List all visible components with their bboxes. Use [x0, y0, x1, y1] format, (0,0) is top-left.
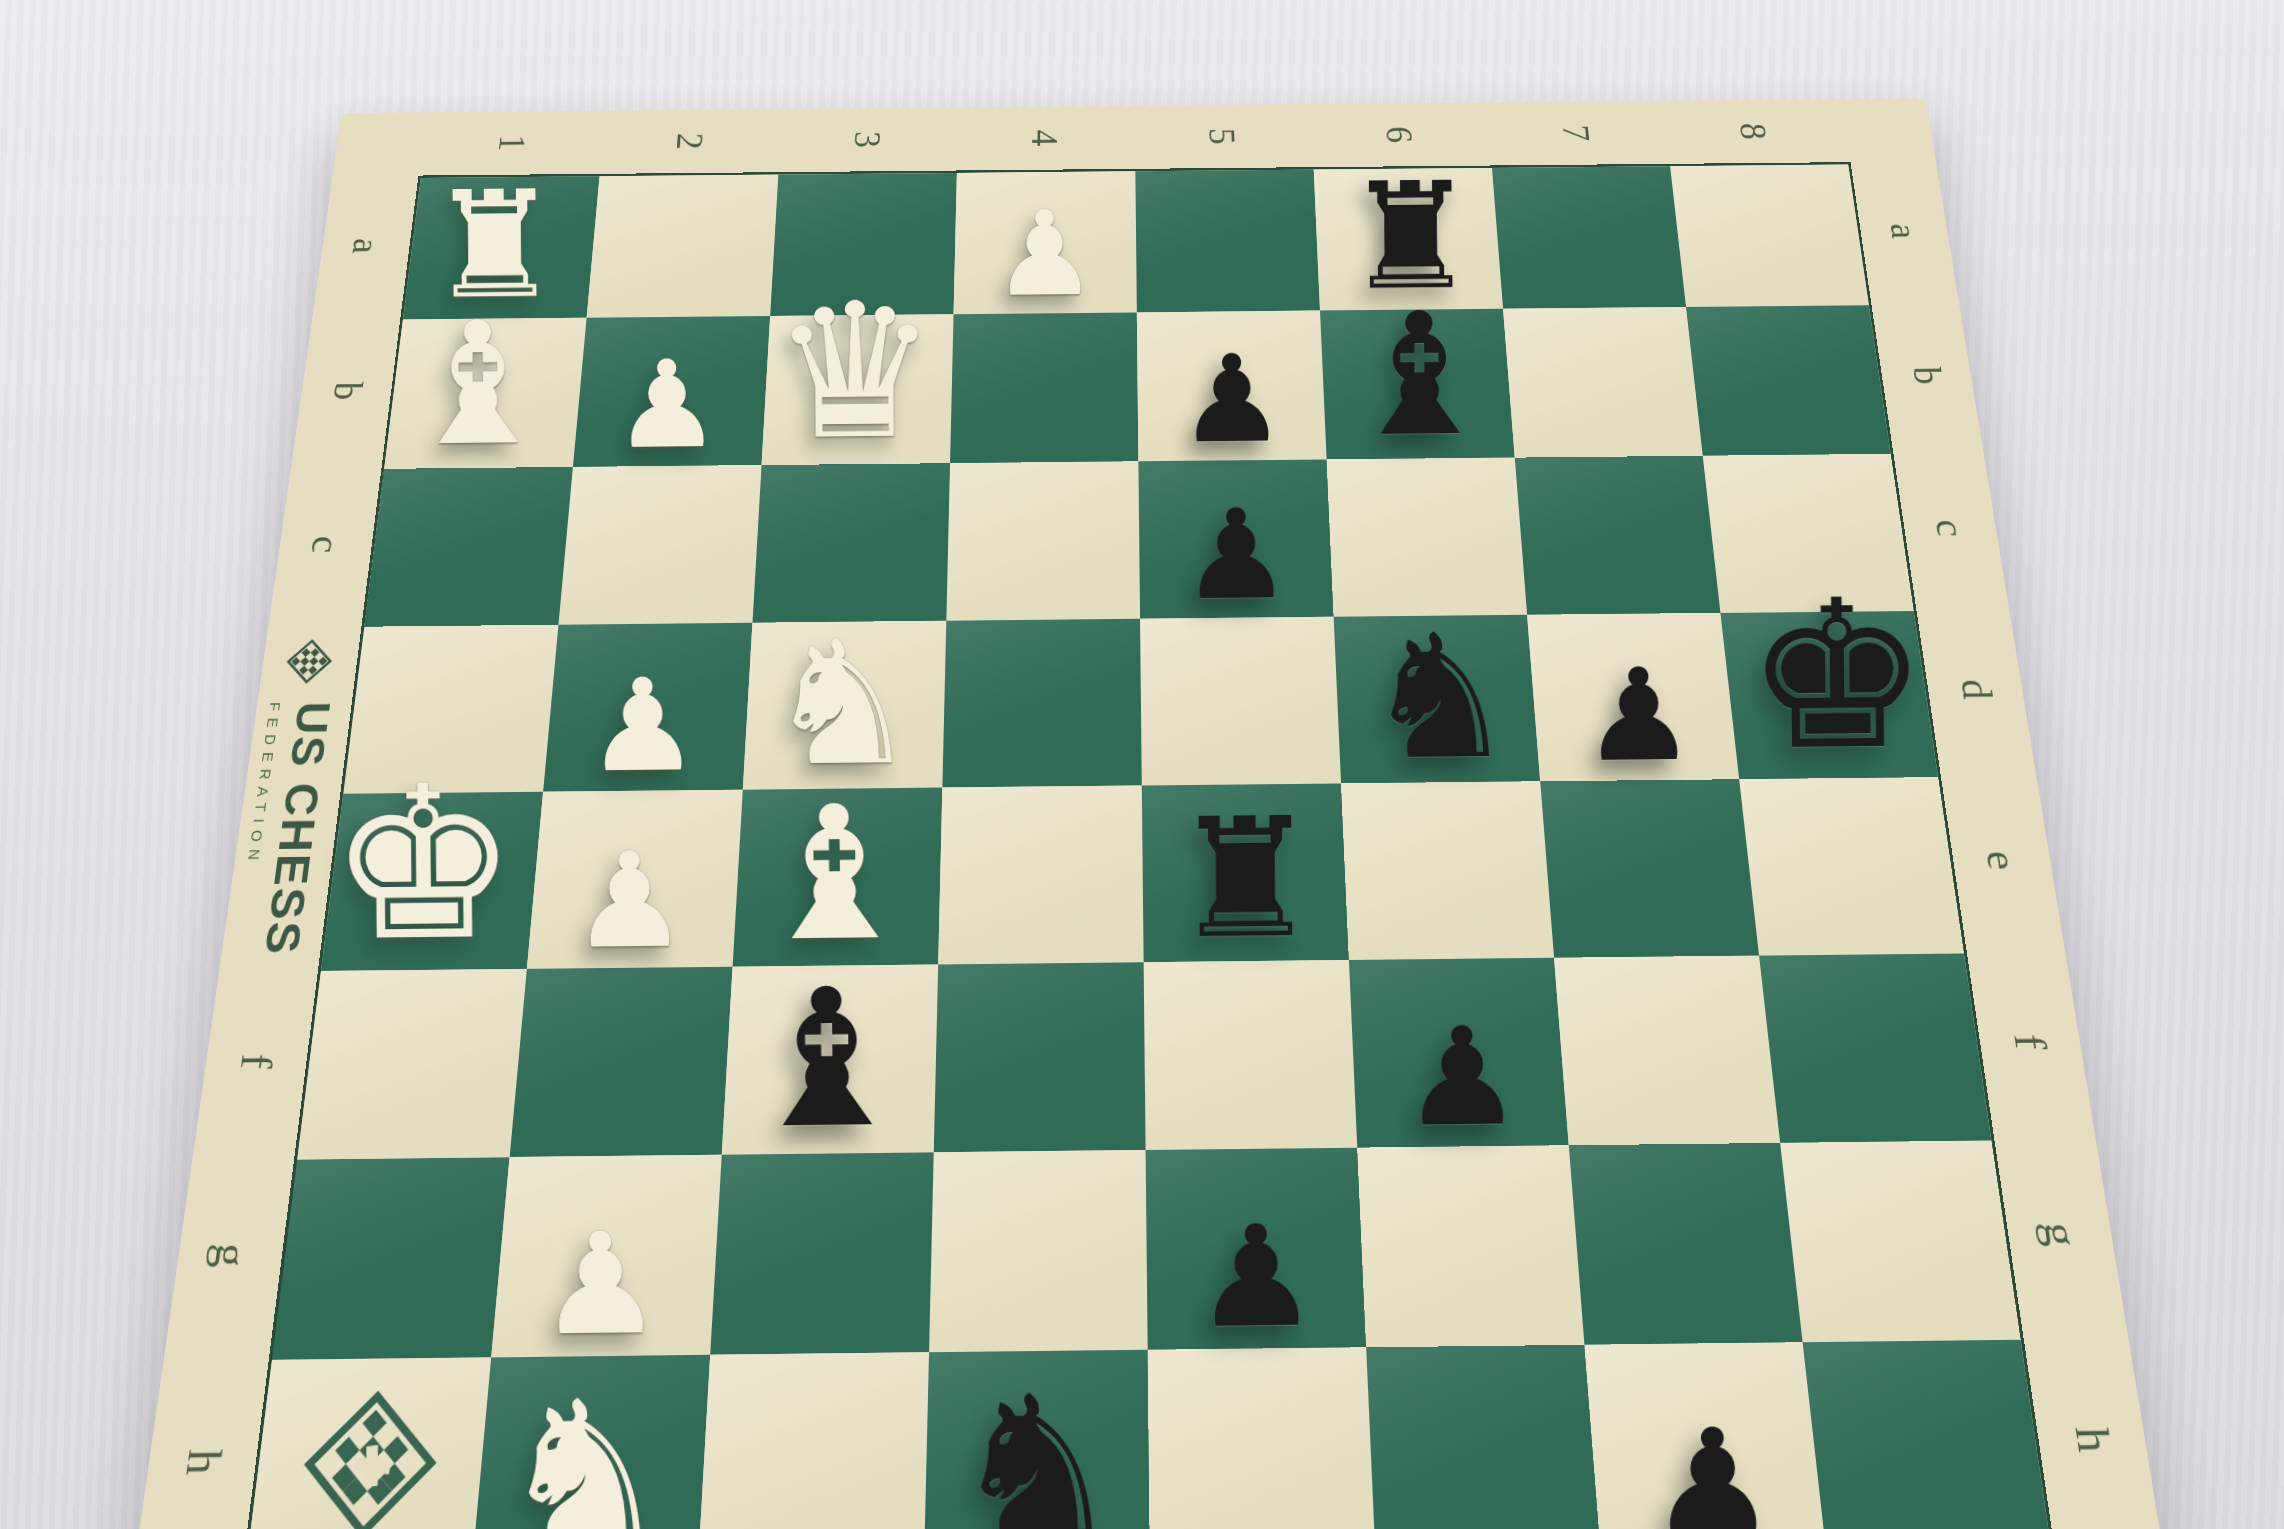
rank-label-top-3: 3	[776, 107, 956, 172]
piece-black-pawn-c5[interactable]: ♟	[1139, 495, 1334, 615]
square-a4[interactable]: ♟	[954, 171, 1137, 314]
rank-label-top-2: 2	[597, 109, 779, 174]
square-f8[interactable]	[1759, 953, 1991, 1143]
square-e3[interactable]: ♝	[733, 787, 943, 966]
square-f1[interactable]	[297, 968, 527, 1159]
square-d2[interactable]: ♟	[543, 622, 752, 791]
square-g7[interactable]	[1569, 1142, 1803, 1344]
piece-white-pawn-e2[interactable]: ♟	[526, 837, 733, 964]
piece-white-pawn-d2[interactable]: ♟	[542, 664, 743, 787]
vinyl-chess-mat: 12345678 abc	[110, 98, 2189, 1529]
square-e7[interactable]	[1540, 779, 1759, 958]
piece-black-pawn-d7[interactable]: ♟	[1539, 654, 1739, 777]
square-a7[interactable]	[1492, 166, 1686, 309]
square-b7[interactable]	[1503, 307, 1703, 458]
square-h7[interactable]: ♟	[1584, 1342, 1826, 1529]
square-d8[interactable]: ♚	[1720, 610, 1938, 778]
square-d7[interactable]: ♟	[1527, 612, 1739, 780]
square-d6[interactable]: ♞	[1334, 614, 1541, 783]
square-h2[interactable]: ♞	[472, 1354, 711, 1529]
square-c3[interactable]	[752, 463, 950, 623]
piece-black-pawn-f6[interactable]: ♟	[1356, 1012, 1569, 1143]
square-g1[interactable]	[272, 1157, 510, 1360]
square-f4[interactable]	[934, 962, 1146, 1152]
square-b6[interactable]: ♝	[1320, 308, 1515, 459]
square-a2[interactable]	[587, 174, 779, 317]
piece-white-queen-b3[interactable]: ♛	[760, 282, 950, 461]
photo-scene: 12345678 abc	[0, 0, 2284, 1529]
piece-white-pawn-b2[interactable]: ♟	[572, 347, 762, 463]
square-e5[interactable]: ♜	[1142, 783, 1349, 962]
piece-black-pawn-b5[interactable]: ♟	[1137, 341, 1326, 457]
file-label-left-h: h	[134, 1356, 270, 1529]
piece-white-bishop-b1[interactable]: ♝	[383, 302, 573, 465]
square-b2[interactable]: ♟	[573, 315, 770, 466]
square-b4[interactable]	[950, 312, 1138, 463]
piece-black-knight-h4[interactable]: ♞	[922, 1373, 1150, 1529]
square-g2[interactable]: ♟	[491, 1154, 722, 1357]
square-a8[interactable]	[1670, 164, 1869, 307]
piece-black-rook-e5[interactable]: ♜	[1142, 799, 1349, 957]
piece-white-knight-d3[interactable]: ♞	[741, 620, 942, 785]
square-c4[interactable]	[946, 461, 1140, 620]
rank-label-top-8: 8	[1660, 99, 1845, 164]
square-c1[interactable]	[364, 466, 573, 626]
square-f3[interactable]: ♝	[722, 964, 938, 1154]
piece-black-bishop-b6[interactable]: ♝	[1325, 293, 1515, 456]
square-g6[interactable]	[1357, 1145, 1584, 1347]
square-b8[interactable]	[1686, 305, 1891, 455]
square-h1[interactable]	[245, 1357, 491, 1529]
square-f6[interactable]: ♟	[1349, 957, 1569, 1147]
square-g5[interactable]: ♟	[1146, 1147, 1367, 1349]
piece-white-king-e1[interactable]: ♚	[320, 763, 528, 966]
square-e6[interactable]	[1341, 781, 1554, 960]
square-b1[interactable]: ♝	[384, 317, 586, 468]
rank-label-top-5: 5	[1132, 104, 1311, 169]
square-f7[interactable]	[1554, 955, 1780, 1145]
square-d5[interactable]	[1140, 616, 1341, 785]
square-c5[interactable]: ♟	[1138, 459, 1333, 618]
square-b3[interactable]: ♛	[762, 314, 954, 465]
square-f2[interactable]	[510, 966, 733, 1156]
piece-white-pawn-a4[interactable]: ♟	[953, 197, 1137, 310]
square-g8[interactable]	[1780, 1140, 2020, 1342]
piece-black-king-d8[interactable]: ♚	[1737, 578, 1938, 775]
chess-board: ♜♟♜♝♟♛♟♝♟♟♞♞♟♚♚♟♝♜♝♟♟♟ ♞♞♟	[241, 162, 2055, 1529]
piece-white-bishop-e3[interactable]: ♝	[731, 784, 938, 962]
square-e4[interactable]	[938, 785, 1143, 964]
piece-white-knight-h2[interactable]: ♞	[470, 1378, 698, 1529]
us-chess-diamond-icon	[281, 635, 338, 685]
square-h3[interactable]	[698, 1352, 929, 1529]
square-c7[interactable]	[1515, 455, 1721, 614]
square-f5[interactable]	[1144, 960, 1358, 1150]
square-b5[interactable]: ♟	[1137, 310, 1327, 461]
square-a5[interactable]	[1135, 169, 1320, 312]
square-h6[interactable]	[1366, 1344, 1601, 1529]
piece-black-bishop-f3[interactable]: ♝	[720, 966, 934, 1149]
rank-label-top-4: 4	[954, 105, 1132, 170]
square-h5[interactable]	[1148, 1347, 1376, 1529]
square-d3[interactable]: ♞	[743, 620, 946, 789]
square-e1[interactable]: ♚	[321, 791, 543, 970]
file-label-left-c: c	[269, 466, 382, 625]
square-h8[interactable]	[1803, 1339, 2052, 1529]
square-g3[interactable]	[710, 1152, 934, 1354]
square-d4[interactable]	[942, 618, 1141, 787]
piece-black-pawn-h7[interactable]: ♟	[1599, 1412, 1826, 1529]
square-e2[interactable]: ♟	[527, 789, 743, 968]
square-c2[interactable]	[558, 465, 761, 625]
piece-black-knight-d6[interactable]: ♞	[1339, 614, 1540, 779]
rank-label-top-7: 7	[1484, 100, 1667, 165]
square-h4[interactable]: ♞	[924, 1349, 1150, 1529]
square-e8[interactable]	[1739, 777, 1964, 955]
square-g4[interactable]	[929, 1149, 1148, 1351]
us-chess-corner-logo	[292, 1386, 447, 1529]
piece-black-pawn-g5[interactable]: ♟	[1146, 1209, 1366, 1344]
square-c6[interactable]	[1327, 457, 1527, 616]
piece-white-pawn-g2[interactable]: ♟	[490, 1217, 710, 1352]
